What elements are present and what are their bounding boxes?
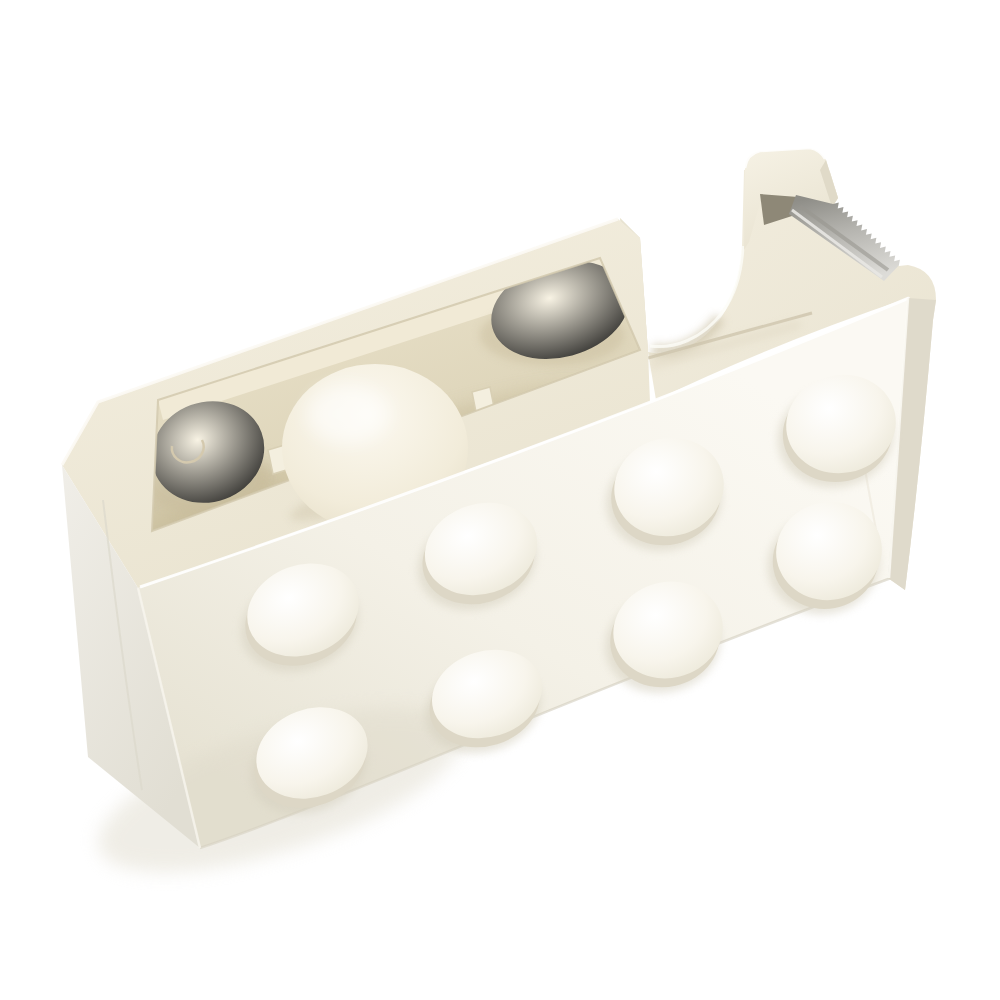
product-photo: [0, 0, 1000, 1000]
product-photo-svg: [0, 0, 1000, 1000]
hub-highlight: [306, 384, 390, 444]
